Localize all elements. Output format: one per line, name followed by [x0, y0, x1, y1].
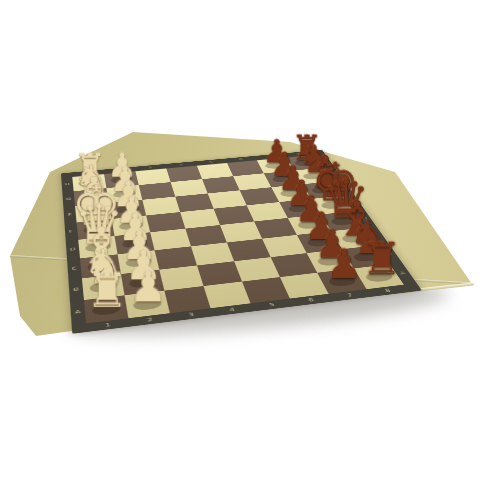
square-b5	[234, 257, 280, 281]
square-c4	[191, 242, 234, 265]
square-c5	[227, 239, 271, 262]
chess-board: HGFEDCBA HGFEDCBA 12345678 12345678 ♜♟♟♜…	[49, 145, 442, 346]
piece-black-pawn: ♟	[310, 244, 377, 284]
perspective-scene: HGFEDCBA HGFEDCBA 12345678 12345678 ♜♟♟♜…	[0, 0, 480, 480]
photo-stage: HGFEDCBA HGFEDCBA 12345678 12345678 ♜♟♟♜…	[0, 0, 480, 480]
piece-white-rook: ♜	[71, 267, 142, 314]
